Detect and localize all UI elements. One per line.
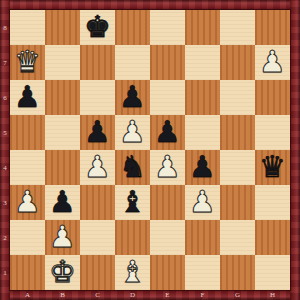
square-d2[interactable] — [115, 220, 150, 255]
square-f4[interactable]: ♟ — [185, 150, 220, 185]
square-g5[interactable] — [220, 115, 255, 150]
square-g1[interactable] — [220, 255, 255, 290]
piece-white-pawn: ♟ — [150, 150, 185, 185]
frame-top-edge — [0, 0, 300, 10]
square-d6[interactable]: ♟ — [115, 80, 150, 115]
square-h7[interactable]: ♟ — [255, 45, 290, 80]
piece-white-pawn: ♟ — [80, 150, 115, 185]
square-f3[interactable]: ♟ — [185, 185, 220, 220]
file-label-a: A — [10, 290, 45, 300]
square-b3[interactable]: ♟ — [45, 185, 80, 220]
file-label-d: D — [115, 290, 150, 300]
chess-diagram: ♚♛♟♟♟♟♟♟♟♞♟♟♛♟♟♝♟♟♚♝ 87654321ABCDEFGH — [0, 0, 300, 300]
piece-black-pawn: ♟ — [185, 150, 220, 185]
square-d7[interactable] — [115, 45, 150, 80]
chess-board: ♚♛♟♟♟♟♟♟♟♞♟♟♛♟♟♝♟♟♚♝ — [10, 10, 290, 290]
square-b4[interactable] — [45, 150, 80, 185]
square-b6[interactable] — [45, 80, 80, 115]
piece-white-pawn: ♟ — [45, 220, 80, 255]
rank-label-6: 6 — [0, 93, 10, 103]
square-b5[interactable] — [45, 115, 80, 150]
square-c7[interactable] — [80, 45, 115, 80]
square-e4[interactable]: ♟ — [150, 150, 185, 185]
square-a2[interactable] — [10, 220, 45, 255]
square-b7[interactable] — [45, 45, 80, 80]
square-c5[interactable]: ♟ — [80, 115, 115, 150]
piece-black-knight: ♞ — [115, 150, 150, 185]
piece-white-king: ♚ — [45, 255, 80, 290]
piece-white-bishop: ♝ — [115, 255, 150, 290]
square-g4[interactable] — [220, 150, 255, 185]
file-label-b: B — [45, 290, 80, 300]
rank-label-5: 5 — [0, 128, 10, 138]
square-e5[interactable]: ♟ — [150, 115, 185, 150]
square-h2[interactable] — [255, 220, 290, 255]
piece-black-pawn: ♟ — [150, 115, 185, 150]
square-h4[interactable]: ♛ — [255, 150, 290, 185]
square-f1[interactable] — [185, 255, 220, 290]
file-label-h: H — [255, 290, 290, 300]
square-f8[interactable] — [185, 10, 220, 45]
square-a3[interactable]: ♟ — [10, 185, 45, 220]
square-b2[interactable]: ♟ — [45, 220, 80, 255]
rank-label-3: 3 — [0, 198, 10, 208]
rank-label-2: 2 — [0, 233, 10, 243]
square-a8[interactable] — [10, 10, 45, 45]
square-g8[interactable] — [220, 10, 255, 45]
frame-left-edge — [0, 0, 10, 300]
square-f2[interactable] — [185, 220, 220, 255]
piece-white-queen: ♛ — [10, 45, 45, 80]
square-e7[interactable] — [150, 45, 185, 80]
square-g3[interactable] — [220, 185, 255, 220]
square-a7[interactable]: ♛ — [10, 45, 45, 80]
board-frame: ♚♛♟♟♟♟♟♟♟♞♟♟♛♟♟♝♟♟♚♝ 87654321ABCDEFGH — [0, 0, 300, 300]
piece-black-pawn: ♟ — [80, 115, 115, 150]
square-c6[interactable] — [80, 80, 115, 115]
square-d3[interactable]: ♝ — [115, 185, 150, 220]
piece-white-pawn: ♟ — [10, 185, 45, 220]
square-e3[interactable] — [150, 185, 185, 220]
piece-white-pawn: ♟ — [185, 185, 220, 220]
file-label-f: F — [185, 290, 220, 300]
square-e2[interactable] — [150, 220, 185, 255]
square-h3[interactable] — [255, 185, 290, 220]
rank-label-7: 7 — [0, 58, 10, 68]
square-f5[interactable] — [185, 115, 220, 150]
square-c4[interactable]: ♟ — [80, 150, 115, 185]
square-d4[interactable]: ♞ — [115, 150, 150, 185]
square-c3[interactable] — [80, 185, 115, 220]
piece-white-pawn: ♟ — [255, 45, 290, 80]
square-a4[interactable] — [10, 150, 45, 185]
square-c2[interactable] — [80, 220, 115, 255]
square-h1[interactable] — [255, 255, 290, 290]
square-h5[interactable] — [255, 115, 290, 150]
square-f7[interactable] — [185, 45, 220, 80]
square-b8[interactable] — [45, 10, 80, 45]
file-label-g: G — [220, 290, 255, 300]
square-c8[interactable]: ♚ — [80, 10, 115, 45]
piece-black-pawn: ♟ — [45, 185, 80, 220]
piece-black-pawn: ♟ — [10, 80, 45, 115]
square-a6[interactable]: ♟ — [10, 80, 45, 115]
square-g2[interactable] — [220, 220, 255, 255]
square-d5[interactable]: ♟ — [115, 115, 150, 150]
frame-right-edge — [290, 0, 300, 300]
piece-black-bishop: ♝ — [115, 185, 150, 220]
rank-label-4: 4 — [0, 163, 10, 173]
square-g7[interactable] — [220, 45, 255, 80]
square-h8[interactable] — [255, 10, 290, 45]
file-label-c: C — [80, 290, 115, 300]
rank-label-1: 1 — [0, 268, 10, 278]
square-c1[interactable] — [80, 255, 115, 290]
piece-black-pawn: ♟ — [115, 80, 150, 115]
square-a1[interactable] — [10, 255, 45, 290]
piece-white-pawn: ♟ — [115, 115, 150, 150]
square-e6[interactable] — [150, 80, 185, 115]
square-h6[interactable] — [255, 80, 290, 115]
file-label-e: E — [150, 290, 185, 300]
square-b1[interactable]: ♚ — [45, 255, 80, 290]
square-d8[interactable] — [115, 10, 150, 45]
rank-label-8: 8 — [0, 23, 10, 33]
square-g6[interactable] — [220, 80, 255, 115]
square-a5[interactable] — [10, 115, 45, 150]
square-d1[interactable]: ♝ — [115, 255, 150, 290]
square-f6[interactable] — [185, 80, 220, 115]
piece-black-king: ♚ — [80, 10, 115, 45]
square-e8[interactable] — [150, 10, 185, 45]
square-e1[interactable] — [150, 255, 185, 290]
piece-black-queen: ♛ — [255, 150, 290, 185]
